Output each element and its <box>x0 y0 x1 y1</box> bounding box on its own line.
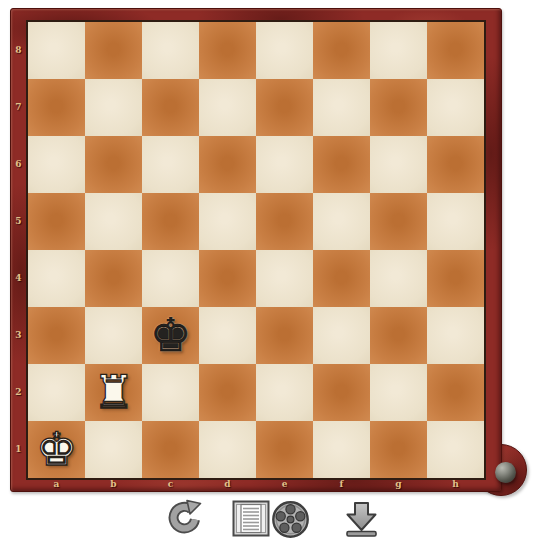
white-king[interactable]: ♚ <box>36 421 77 478</box>
square-c7[interactable] <box>142 79 199 136</box>
square-c4[interactable] <box>142 250 199 307</box>
download-button[interactable] <box>342 501 381 538</box>
board: ♚♜♚ <box>26 20 486 480</box>
square-d2[interactable] <box>199 364 256 421</box>
square-a6[interactable] <box>28 136 85 193</box>
file-label-d: d <box>199 478 256 491</box>
square-h7[interactable] <box>427 79 484 136</box>
square-d4[interactable] <box>199 250 256 307</box>
square-h3[interactable] <box>427 307 484 364</box>
square-g5[interactable] <box>370 193 427 250</box>
square-h8[interactable] <box>427 22 484 79</box>
square-g8[interactable] <box>370 22 427 79</box>
square-f7[interactable] <box>313 79 370 136</box>
square-g7[interactable] <box>370 79 427 136</box>
square-a7[interactable] <box>28 79 85 136</box>
square-h1[interactable] <box>427 421 484 478</box>
square-b2[interactable]: ♜ <box>85 364 142 421</box>
square-d3[interactable] <box>199 307 256 364</box>
square-c1[interactable] <box>142 421 199 478</box>
square-f2[interactable] <box>313 364 370 421</box>
square-g1[interactable] <box>370 421 427 478</box>
square-e2[interactable] <box>256 364 313 421</box>
file-label-g: g <box>370 478 427 491</box>
square-c8[interactable] <box>142 22 199 79</box>
file-label-b: b <box>85 478 142 491</box>
square-a1[interactable]: ♚ <box>28 421 85 478</box>
square-a4[interactable] <box>28 250 85 307</box>
rank-label-1: 1 <box>11 421 26 478</box>
square-h6[interactable] <box>427 136 484 193</box>
square-b8[interactable] <box>85 22 142 79</box>
square-g2[interactable] <box>370 364 427 421</box>
white-rook[interactable]: ♜ <box>93 364 134 421</box>
board-frame: ♚♜♚ 87654321 abcdefgh <box>10 8 502 492</box>
rank-label-6: 6 <box>11 136 26 193</box>
square-f4[interactable] <box>313 250 370 307</box>
file-label-f: f <box>313 478 370 491</box>
square-a5[interactable] <box>28 193 85 250</box>
square-g6[interactable] <box>370 136 427 193</box>
square-a8[interactable] <box>28 22 85 79</box>
square-e1[interactable] <box>256 421 313 478</box>
square-g4[interactable] <box>370 250 427 307</box>
square-b4[interactable] <box>85 250 142 307</box>
square-c5[interactable] <box>142 193 199 250</box>
notation-icon <box>232 500 270 537</box>
movie-icon <box>271 500 310 539</box>
square-e8[interactable] <box>256 22 313 79</box>
square-h2[interactable] <box>427 364 484 421</box>
rank-labels: 87654321 <box>11 22 26 478</box>
movie-button[interactable] <box>271 500 310 539</box>
board-knob <box>495 462 516 483</box>
square-f3[interactable] <box>313 307 370 364</box>
square-b7[interactable] <box>85 79 142 136</box>
square-d8[interactable] <box>199 22 256 79</box>
square-d1[interactable] <box>199 421 256 478</box>
square-d6[interactable] <box>199 136 256 193</box>
square-e3[interactable] <box>256 307 313 364</box>
file-labels: abcdefgh <box>28 478 484 491</box>
square-c3[interactable]: ♚ <box>142 307 199 364</box>
square-f8[interactable] <box>313 22 370 79</box>
square-a2[interactable] <box>28 364 85 421</box>
notation-button[interactable] <box>232 500 270 537</box>
board-squares: ♚♜♚ <box>28 22 484 478</box>
rank-label-4: 4 <box>11 250 26 307</box>
square-b6[interactable] <box>85 136 142 193</box>
file-label-c: c <box>142 478 199 491</box>
square-d5[interactable] <box>199 193 256 250</box>
download-icon <box>342 501 381 538</box>
file-label-h: h <box>427 478 484 491</box>
square-h4[interactable] <box>427 250 484 307</box>
replay-icon <box>166 499 203 536</box>
rank-label-8: 8 <box>11 22 26 79</box>
rank-label-3: 3 <box>11 307 26 364</box>
black-king[interactable]: ♚ <box>150 307 191 364</box>
square-f1[interactable] <box>313 421 370 478</box>
square-e4[interactable] <box>256 250 313 307</box>
square-d7[interactable] <box>199 79 256 136</box>
square-b3[interactable] <box>85 307 142 364</box>
square-f5[interactable] <box>313 193 370 250</box>
rank-label-2: 2 <box>11 364 26 421</box>
file-label-e: e <box>256 478 313 491</box>
rank-label-5: 5 <box>11 193 26 250</box>
chess-diagram: ♚♜♚ 87654321 abcdefgh <box>0 0 534 540</box>
square-f6[interactable] <box>313 136 370 193</box>
square-e5[interactable] <box>256 193 313 250</box>
rank-label-7: 7 <box>11 79 26 136</box>
square-g3[interactable] <box>370 307 427 364</box>
square-c2[interactable] <box>142 364 199 421</box>
square-e6[interactable] <box>256 136 313 193</box>
replay-button[interactable] <box>166 499 203 536</box>
square-b5[interactable] <box>85 193 142 250</box>
file-label-a: a <box>28 478 85 491</box>
square-a3[interactable] <box>28 307 85 364</box>
square-b1[interactable] <box>85 421 142 478</box>
square-c6[interactable] <box>142 136 199 193</box>
square-h5[interactable] <box>427 193 484 250</box>
square-e7[interactable] <box>256 79 313 136</box>
